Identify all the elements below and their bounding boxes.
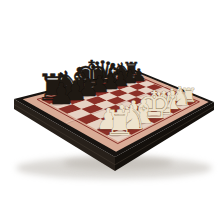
piece-white-rook-h1: ♜ [104,103,135,143]
chess-board-scene: ♜♞♟♝♟♛♟♚♟♝♟♞♟♟♜♟♟♜♟♟♞♟♝♛♟♚♟♝♟♞♟♜ [0,0,224,224]
chess-set-product-photo: ♜♞♟♝♟♛♟♚♟♝♟♞♟♟♜♟♟♜♟♟♞♟♝♛♟♚♟♝♟♞♟♜ [0,0,224,224]
piece-black-pawn-h7: ♟ [48,77,75,111]
